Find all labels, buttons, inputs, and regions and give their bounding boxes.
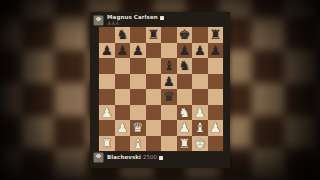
piece-white-bishop[interactable]: ♝ (132, 136, 144, 149)
square-d3[interactable] (146, 105, 162, 121)
piece-black-pawn[interactable]: ♟ (194, 43, 206, 56)
square-f2[interactable]: ♟ (177, 120, 193, 136)
piece-white-pawn[interactable]: ♟ (178, 121, 190, 134)
square-d2[interactable] (146, 120, 162, 136)
bottom-player-flag-icon (159, 156, 163, 160)
square-g2[interactable]: ♝ (192, 120, 208, 136)
square-g7[interactable]: ♟ (192, 43, 208, 59)
square-h6[interactable] (208, 58, 224, 74)
square-b8[interactable]: ♞ (115, 27, 131, 43)
square-c5[interactable] (130, 74, 146, 90)
square-a3[interactable]: ♟ (99, 105, 115, 121)
square-e5[interactable]: ♟ (161, 74, 177, 90)
square-b6[interactable] (115, 58, 131, 74)
piece-black-pawn[interactable]: ♟ (163, 74, 175, 87)
player-bar-bottom: Blachevski 2500 (93, 151, 227, 164)
piece-black-pawn[interactable]: ♟ (132, 43, 144, 56)
square-a4[interactable] (99, 89, 115, 105)
square-h2[interactable]: ♟ (208, 120, 224, 136)
square-e1[interactable] (161, 136, 177, 152)
square-a8[interactable] (99, 27, 115, 43)
piece-black-king[interactable]: ♚ (178, 28, 190, 41)
square-e2[interactable] (161, 120, 177, 136)
square-h1[interactable] (208, 136, 224, 152)
square-c8[interactable] (130, 27, 146, 43)
piece-black-pawn[interactable]: ♟ (209, 43, 221, 56)
square-f3[interactable]: ♞ (177, 105, 193, 121)
square-g1[interactable]: ♚ (192, 136, 208, 152)
square-g5[interactable] (192, 74, 208, 90)
piece-white-pawn[interactable]: ♟ (101, 105, 113, 118)
player-bar-top: Magnus Carlsen ♙♙♙ (93, 14, 227, 27)
square-b1[interactable] (115, 136, 131, 152)
square-c4[interactable] (130, 89, 146, 105)
piece-white-bishop[interactable]: ♝ (194, 121, 206, 134)
square-e7[interactable] (161, 43, 177, 59)
square-b4[interactable] (115, 89, 131, 105)
square-g8[interactable] (192, 27, 208, 43)
piece-black-queen[interactable]: ♛ (163, 90, 175, 103)
square-h4[interactable] (208, 89, 224, 105)
piece-white-king[interactable]: ♚ (194, 136, 206, 149)
square-d7[interactable] (146, 43, 162, 59)
square-a1[interactable]: ♜ (99, 136, 115, 152)
piece-black-pawn[interactable]: ♟ (116, 43, 128, 56)
piece-white-rook[interactable]: ♜ (178, 136, 190, 149)
top-player-flag-icon (160, 16, 164, 20)
piece-black-pawn[interactable]: ♟ (101, 43, 113, 56)
square-h8[interactable]: ♜ (208, 27, 224, 43)
square-e8[interactable] (161, 27, 177, 43)
square-e3[interactable] (161, 105, 177, 121)
piece-black-knight[interactable]: ♞ (178, 59, 190, 72)
square-d4[interactable] (146, 89, 162, 105)
square-d8[interactable]: ♜ (146, 27, 162, 43)
video-frame: Magnus Carlsen ♙♙♙ ♞♜♚♜♟♟♟♟♟♟♝♞♟♛♟♞♟♟♛♟♝… (0, 0, 320, 180)
square-e4[interactable]: ♛ (161, 89, 177, 105)
square-f7[interactable]: ♟ (177, 43, 193, 59)
square-h3[interactable] (208, 105, 224, 121)
square-g3[interactable]: ♟ (192, 105, 208, 121)
square-c1[interactable]: ♝ (130, 136, 146, 152)
square-f1[interactable]: ♜ (177, 136, 193, 152)
square-a5[interactable] (99, 74, 115, 90)
square-d6[interactable] (146, 58, 162, 74)
square-e6[interactable]: ♝ (161, 58, 177, 74)
piece-white-rook[interactable]: ♜ (101, 136, 113, 149)
square-b3[interactable] (115, 105, 131, 121)
square-b7[interactable]: ♟ (115, 43, 131, 59)
avatar-top-player[interactable] (93, 15, 104, 26)
avatar-bottom-player[interactable] (93, 152, 104, 163)
square-d5[interactable] (146, 74, 162, 90)
piece-black-rook[interactable]: ♜ (209, 28, 221, 41)
bottom-player-rating: 2500 (143, 155, 157, 161)
square-g4[interactable] (192, 89, 208, 105)
square-f8[interactable]: ♚ (177, 27, 193, 43)
square-a6[interactable] (99, 58, 115, 74)
piece-white-pawn[interactable]: ♟ (194, 105, 206, 118)
piece-white-pawn[interactable]: ♟ (209, 121, 221, 134)
square-h5[interactable] (208, 74, 224, 90)
piece-black-knight[interactable]: ♞ (116, 28, 128, 41)
chess-board: ♞♜♚♜♟♟♟♟♟♟♝♞♟♛♟♞♟♟♛♟♝♟♜♝♜♚ (99, 27, 223, 151)
piece-black-rook[interactable]: ♜ (147, 28, 159, 41)
piece-white-queen[interactable]: ♛ (132, 121, 144, 134)
square-h7[interactable]: ♟ (208, 43, 224, 59)
square-f6[interactable]: ♞ (177, 58, 193, 74)
square-a2[interactable] (99, 120, 115, 136)
top-player-captured-pieces: ♙♙♙ (107, 21, 164, 26)
square-f5[interactable] (177, 74, 193, 90)
piece-black-pawn[interactable]: ♟ (178, 43, 190, 56)
square-c2[interactable]: ♛ (130, 120, 146, 136)
piece-white-pawn[interactable]: ♟ (116, 121, 128, 134)
piece-black-bishop[interactable]: ♝ (163, 59, 175, 72)
square-g6[interactable] (192, 58, 208, 74)
square-a7[interactable]: ♟ (99, 43, 115, 59)
square-c7[interactable]: ♟ (130, 43, 146, 59)
bottom-player-name: Blachevski (107, 155, 141, 161)
square-c6[interactable] (130, 58, 146, 74)
square-b5[interactable] (115, 74, 131, 90)
chess-app-screen: Magnus Carlsen ♙♙♙ ♞♜♚♜♟♟♟♟♟♟♝♞♟♛♟♞♟♟♛♟♝… (90, 12, 230, 168)
square-b2[interactable]: ♟ (115, 120, 131, 136)
square-c3[interactable] (130, 105, 146, 121)
piece-white-knight[interactable]: ♞ (178, 105, 190, 118)
square-f4[interactable] (177, 89, 193, 105)
square-d1[interactable] (146, 136, 162, 152)
